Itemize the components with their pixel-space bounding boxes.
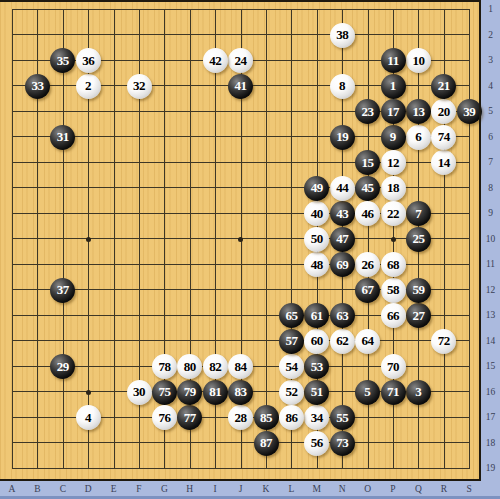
column-label-N: N [332, 484, 352, 495]
stone-black-3: 3 [406, 380, 431, 405]
stone-black-71: 71 [381, 380, 406, 405]
stone-white-44: 44 [330, 176, 355, 201]
stone-black-49: 49 [304, 176, 329, 201]
stone-black-79: 79 [177, 380, 202, 405]
stone-black-9: 9 [381, 125, 406, 150]
stone-black-63: 63 [330, 303, 355, 328]
column-label-R: R [434, 484, 454, 495]
column-label-Q: Q [408, 484, 428, 495]
stone-white-86: 86 [279, 405, 304, 430]
stone-black-37: 37 [50, 278, 75, 303]
stone-black-7: 7 [406, 201, 431, 226]
column-label-F: F [129, 484, 149, 495]
star-point [391, 237, 396, 242]
stone-white-82: 82 [203, 354, 228, 379]
stone-white-4: 4 [76, 405, 101, 430]
stone-white-60: 60 [304, 329, 329, 354]
column-label-B: B [27, 484, 47, 495]
stone-white-42: 42 [203, 48, 228, 73]
stone-white-58: 58 [381, 278, 406, 303]
stone-black-57: 57 [279, 329, 304, 354]
row-label-1: 1 [481, 4, 500, 15]
row-label-6: 6 [481, 132, 500, 143]
stone-white-64: 64 [355, 329, 380, 354]
stone-white-38: 38 [330, 23, 355, 48]
row-label-9: 9 [481, 208, 500, 219]
column-label-S: S [459, 484, 479, 495]
column-label-L: L [281, 484, 301, 495]
star-point [86, 390, 91, 395]
stone-black-47: 47 [330, 227, 355, 252]
stone-black-27: 27 [406, 303, 431, 328]
stone-black-39: 39 [457, 99, 482, 124]
column-label-K: K [256, 484, 276, 495]
stone-white-10: 10 [406, 48, 431, 73]
stone-black-21: 21 [431, 74, 456, 99]
stone-black-31: 31 [50, 125, 75, 150]
star-point [86, 237, 91, 242]
stone-black-69: 69 [330, 252, 355, 277]
stone-white-78: 78 [152, 354, 177, 379]
stone-white-36: 36 [76, 48, 101, 73]
stone-black-81: 81 [203, 380, 228, 405]
row-label-19: 19 [481, 463, 500, 474]
stone-black-33: 33 [25, 74, 50, 99]
row-label-14: 14 [481, 336, 500, 347]
stone-white-30: 30 [127, 380, 152, 405]
board-border-top [0, 0, 481, 2]
stone-white-8: 8 [330, 74, 355, 99]
stone-black-25: 25 [406, 227, 431, 252]
row-label-16: 16 [481, 387, 500, 398]
stone-black-41: 41 [228, 74, 253, 99]
stone-black-59: 59 [406, 278, 431, 303]
stone-white-54: 54 [279, 354, 304, 379]
stone-white-22: 22 [381, 201, 406, 226]
stone-white-26: 26 [355, 252, 380, 277]
row-label-15: 15 [481, 361, 500, 372]
stone-white-76: 76 [152, 405, 177, 430]
go-game-record-viewer: 1234567891011121314151718192021222324252… [0, 0, 500, 499]
row-label-5: 5 [481, 106, 500, 117]
go-board[interactable]: 1234567891011121314151718192021222324252… [0, 0, 481, 481]
stone-black-15: 15 [355, 150, 380, 175]
stone-white-74: 74 [431, 125, 456, 150]
stone-white-18: 18 [381, 176, 406, 201]
row-label-10: 10 [481, 234, 500, 245]
stone-black-75: 75 [152, 380, 177, 405]
row-label-12: 12 [481, 285, 500, 296]
stone-white-62: 62 [330, 329, 355, 354]
stone-white-32: 32 [127, 74, 152, 99]
stone-black-67: 67 [355, 278, 380, 303]
stone-white-6: 6 [406, 125, 431, 150]
stone-black-87: 87 [254, 431, 279, 456]
stone-white-56: 56 [304, 431, 329, 456]
stone-black-1: 1 [381, 74, 406, 99]
stone-black-83: 83 [228, 380, 253, 405]
stone-black-17: 17 [381, 99, 406, 124]
stone-white-72: 72 [431, 329, 456, 354]
row-label-11: 11 [481, 259, 500, 270]
row-label-3: 3 [481, 55, 500, 66]
stone-white-12: 12 [381, 150, 406, 175]
column-label-G: G [154, 484, 174, 495]
column-label-A: A [2, 484, 22, 495]
stone-black-19: 19 [330, 125, 355, 150]
column-label-M: M [307, 484, 327, 495]
row-label-13: 13 [481, 310, 500, 321]
column-label-H: H [180, 484, 200, 495]
stone-black-13: 13 [406, 99, 431, 124]
row-label-8: 8 [481, 183, 500, 194]
stone-black-65: 65 [279, 303, 304, 328]
stone-black-23: 23 [355, 99, 380, 124]
stone-white-24: 24 [228, 48, 253, 73]
column-label-D: D [78, 484, 98, 495]
column-label-O: O [358, 484, 378, 495]
stone-black-85: 85 [254, 405, 279, 430]
column-label-E: E [104, 484, 124, 495]
column-label-J: J [231, 484, 251, 495]
row-labels-band: 12345678910111213141516171819 [481, 0, 500, 499]
row-label-18: 18 [481, 438, 500, 449]
stone-white-2: 2 [76, 74, 101, 99]
stone-white-70: 70 [381, 354, 406, 379]
stone-white-84: 84 [228, 354, 253, 379]
stone-black-73: 73 [330, 431, 355, 456]
stone-white-52: 52 [279, 380, 304, 405]
stone-black-51: 51 [304, 380, 329, 405]
stone-black-45: 45 [355, 176, 380, 201]
stone-white-50: 50 [304, 227, 329, 252]
row-label-17: 17 [481, 412, 500, 423]
stone-black-43: 43 [330, 201, 355, 226]
row-label-2: 2 [481, 30, 500, 41]
stone-white-46: 46 [355, 201, 380, 226]
stone-white-68: 68 [381, 252, 406, 277]
column-label-I: I [205, 484, 225, 495]
stone-white-66: 66 [381, 303, 406, 328]
board-border-right [479, 0, 481, 481]
stone-black-5: 5 [355, 380, 380, 405]
stone-black-11: 11 [381, 48, 406, 73]
stone-black-55: 55 [330, 405, 355, 430]
row-label-7: 7 [481, 157, 500, 168]
column-label-P: P [383, 484, 403, 495]
star-point [238, 237, 243, 242]
row-label-4: 4 [481, 81, 500, 92]
board-border-bottom [0, 479, 481, 481]
column-label-C: C [53, 484, 73, 495]
stone-white-28: 28 [228, 405, 253, 430]
